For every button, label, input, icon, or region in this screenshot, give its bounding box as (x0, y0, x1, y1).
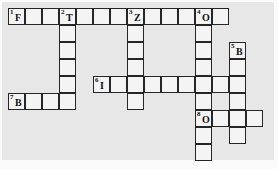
grid-cell[interactable] (195, 76, 212, 93)
grid-cell[interactable]: 3Z (127, 8, 144, 25)
given-letter: T (66, 12, 73, 23)
grid-cell[interactable] (127, 93, 144, 110)
given-letter: B (15, 97, 22, 108)
grid-cell[interactable] (42, 8, 59, 25)
grid-cell[interactable] (195, 42, 212, 59)
given-letter: I (100, 80, 104, 91)
grid-cell[interactable] (229, 93, 246, 110)
grid-cell[interactable] (195, 127, 212, 144)
crossword-page: 1F2T3Z4O5B6I7B8O (0, 0, 278, 169)
grid-cell[interactable]: 6I (93, 76, 110, 93)
clue-number: 3 (129, 9, 133, 16)
grid-cell[interactable] (195, 59, 212, 76)
grid-cell[interactable] (195, 93, 212, 110)
given-letter: B (236, 46, 243, 57)
grid-cell[interactable]: 8O (195, 110, 212, 127)
grid-cell[interactable] (59, 25, 76, 42)
grid-cell[interactable] (25, 93, 42, 110)
given-letter: Z (134, 12, 141, 23)
grid-cell[interactable]: 1F (8, 8, 25, 25)
grid-cell[interactable]: 5B (229, 42, 246, 59)
clue-number: 7 (10, 94, 14, 101)
grid-cell[interactable] (161, 8, 178, 25)
grid-cell[interactable] (127, 25, 144, 42)
grid-cell[interactable] (144, 8, 161, 25)
grid-cell[interactable]: 2T (59, 8, 76, 25)
grid-cell[interactable] (212, 8, 229, 25)
grid-cell[interactable] (127, 76, 144, 93)
grid-cell[interactable] (110, 8, 127, 25)
grid-cell[interactable] (59, 59, 76, 76)
clue-number: 6 (95, 77, 99, 84)
grid-cell[interactable] (246, 110, 263, 127)
grid-cell[interactable]: 4O (195, 8, 212, 25)
crossword-grid: 1F2T3Z4O5B6I7B8O (8, 8, 263, 161)
clue-number: 8 (197, 111, 201, 118)
grid-cell[interactable] (25, 8, 42, 25)
grid-cell[interactable] (42, 93, 59, 110)
grid-cell[interactable] (178, 76, 195, 93)
grid-cell[interactable] (93, 8, 110, 25)
grid-cell[interactable] (212, 110, 229, 127)
grid-cell[interactable] (127, 59, 144, 76)
grid-cell[interactable] (212, 76, 229, 93)
grid-cell[interactable] (161, 76, 178, 93)
grid-cell[interactable] (178, 8, 195, 25)
grid-cell[interactable] (195, 25, 212, 42)
clue-number: 2 (61, 9, 65, 16)
grid-cell[interactable] (229, 59, 246, 76)
clue-number: 4 (197, 9, 201, 16)
grid-cell[interactable] (144, 76, 161, 93)
grid-cell[interactable] (59, 93, 76, 110)
grid-cell[interactable] (110, 76, 127, 93)
given-letter: F (15, 12, 21, 23)
grid-cell[interactable]: 7B (8, 93, 25, 110)
given-letter: O (202, 12, 210, 23)
clue-number: 1 (10, 9, 14, 16)
grid-cell[interactable] (127, 42, 144, 59)
grid-cell[interactable] (229, 76, 246, 93)
grid-cell[interactable] (76, 8, 93, 25)
grid-cell[interactable] (229, 127, 246, 144)
grid-cell[interactable] (59, 42, 76, 59)
grid-cell[interactable] (195, 144, 212, 161)
grid-cell[interactable] (229, 110, 246, 127)
clue-number: 5 (231, 43, 235, 50)
grid-cell[interactable] (59, 76, 76, 93)
given-letter: O (202, 114, 210, 125)
